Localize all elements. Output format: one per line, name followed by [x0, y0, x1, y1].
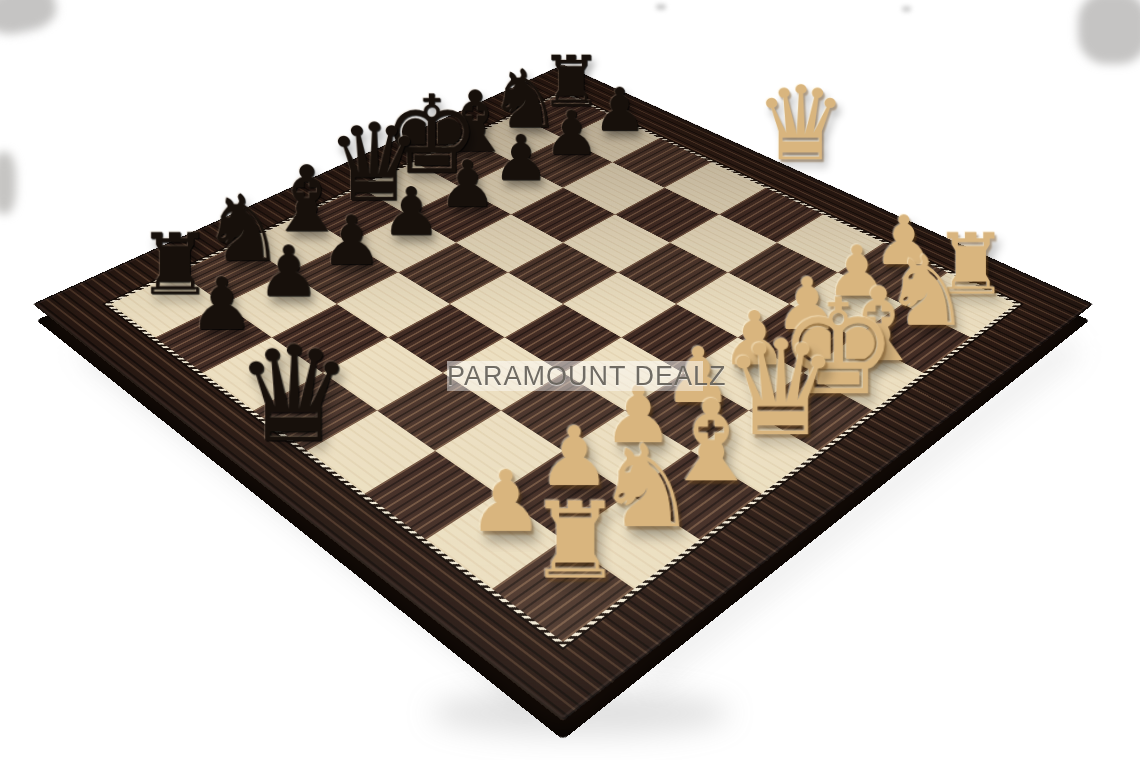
piece-black-knight-g8: ♞ [489, 57, 557, 143]
watermark-text: PARAMOUNT DEALZ [447, 361, 727, 391]
photo-artifact-speck [902, 6, 911, 12]
piece-black-pawn-d7: ♟ [373, 176, 449, 248]
photo-artifact-left-edge [0, 152, 16, 214]
photo-artifact-top-right [1078, 0, 1140, 64]
photo-artifact-top-left [0, 0, 60, 39]
piece-white-king-e1: ♚ [779, 279, 867, 418]
piece-white-knight-b1: ♞ [595, 426, 692, 548]
extra-white-queen: ♛ [755, 70, 826, 178]
piece-white-pawn-h2: ♟ [865, 204, 943, 278]
piece-black-rook-h8: ♜ [538, 44, 605, 119]
piece-black-king-e8: ♚ [383, 79, 455, 192]
photo-artifact-speck [656, 4, 666, 10]
product-photo: ♜♞♝♛♚♝♞♜♟♟♟♟♟♟♟♟♟♟♟♟♟♟♟♟♜♞♝♛♚♝♞♜♛♛ PARAM… [0, 0, 1140, 760]
piece-white-knight-g1: ♞ [883, 240, 966, 344]
piece-white-queen-d1: ♛ [722, 319, 813, 458]
piece-black-pawn-e7: ♟ [431, 149, 505, 219]
piece-black-queen-d8: ♛ [326, 106, 400, 219]
chess-board: ♜♞♝♛♚♝♞♜♟♟♟♟♟♟♟♟♟♟♟♟♟♟♟♟♜♞♝♛♚♝♞♜♛♛ [33, 65, 1094, 722]
piece-white-rook-h1: ♜ [931, 219, 1011, 309]
piece-black-bishop-f8: ♝ [437, 77, 507, 166]
watermark: PARAMOUNT DEALZ [447, 361, 703, 391]
